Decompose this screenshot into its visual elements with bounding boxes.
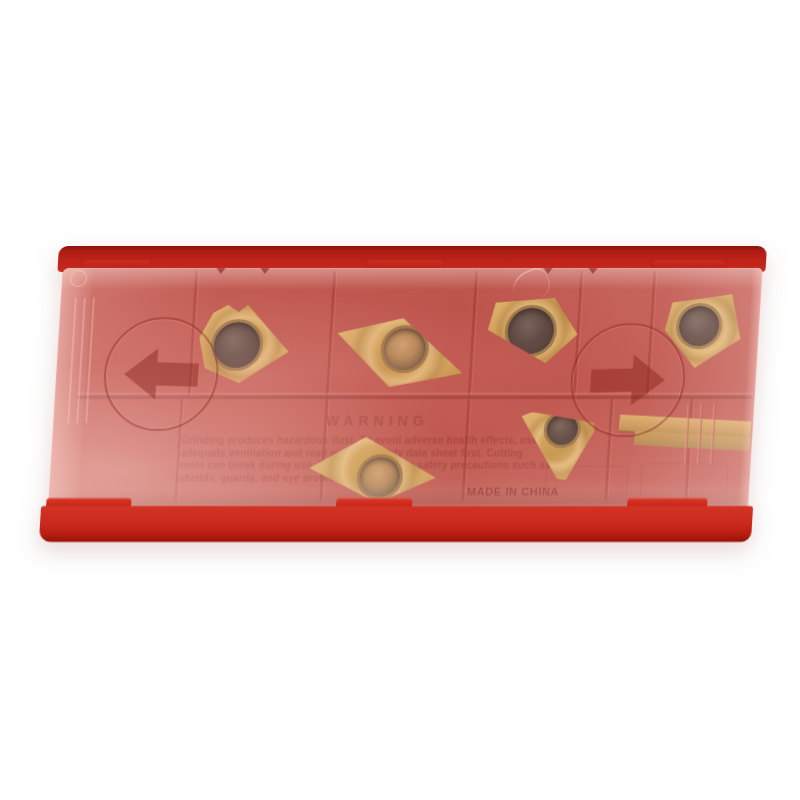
insert-center-hole — [213, 322, 262, 368]
diamond-insert-top — [334, 318, 465, 387]
left-arrow-icon — [122, 345, 200, 403]
right-arrow-icon — [589, 351, 667, 409]
insert-center-hole — [546, 414, 579, 445]
insert-center-hole — [382, 328, 427, 370]
case-front-wall — [39, 506, 753, 542]
case-lid: WARNING Grinding produces hazardous dust… — [48, 268, 763, 506]
molded-tray-outline — [639, 463, 728, 503]
left-arrow-circle — [101, 317, 222, 431]
insert-center-hole — [359, 457, 401, 497]
lid-right-edge — [738, 268, 763, 506]
compartment-divider — [468, 271, 480, 396]
product-photo-canvas: WARNING Grinding produces hazardous dust… — [0, 0, 800, 800]
insert-center-hole — [678, 306, 720, 346]
made-in-china-label: MADE IN CHINA — [467, 486, 560, 498]
compartment-divider — [326, 271, 338, 396]
warning-title: WARNING — [277, 413, 478, 429]
square-diamond-insert-top — [486, 298, 580, 363]
insert-center-hole — [506, 308, 555, 354]
insert-case: WARNING Grinding produces hazardous dust… — [46, 246, 764, 542]
